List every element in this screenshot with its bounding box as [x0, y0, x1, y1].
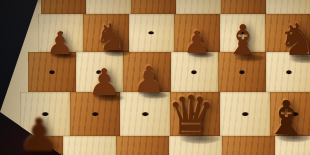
cast-shadow-pawn-c4	[23, 149, 71, 155]
cast-shadow-pawn-f6	[186, 51, 219, 59]
cast-shadow-pawn-d5	[91, 93, 130, 103]
cast-shadow-knight-h6	[283, 53, 310, 64]
chessboard-photo: ♟♞♟♝♞♟♟♛♝♟	[0, 0, 310, 155]
cast-shadow-knight-d6	[98, 48, 137, 58]
cast-shadow-bishop-g6	[229, 53, 272, 64]
cast-shadow-pawn-e5	[136, 91, 174, 100]
cast-shadow-pawn-c6	[49, 52, 82, 60]
cast-shadow-queen-f4	[172, 132, 229, 146]
pieces-layer: ♟♞♟♝♞♟♟♛♝♟	[0, 0, 310, 155]
cast-shadow-bishop-h4	[270, 132, 310, 144]
